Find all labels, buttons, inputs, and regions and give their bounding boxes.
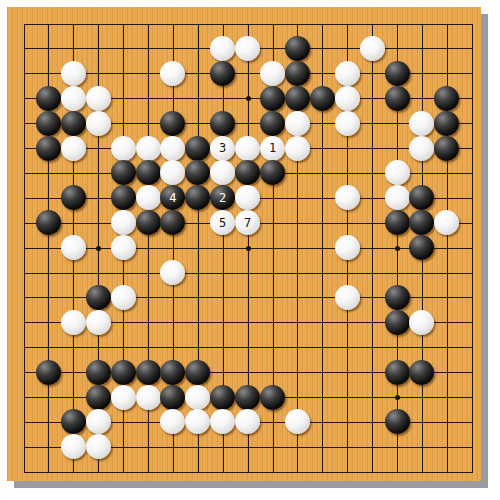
stone-white — [235, 185, 260, 210]
stone-white — [335, 235, 360, 260]
stone-black — [385, 310, 410, 335]
stone-white — [111, 136, 136, 161]
grid-line-v — [372, 24, 373, 473]
stone-black — [185, 360, 210, 385]
stone-white — [285, 136, 310, 161]
stone-white — [385, 185, 410, 210]
move-number-label: 4 — [169, 192, 176, 204]
stone-black — [285, 86, 310, 111]
stone-white — [136, 385, 161, 410]
stone-white — [260, 61, 285, 86]
stone-white — [61, 136, 86, 161]
stone-black — [36, 136, 61, 161]
stone-white — [160, 260, 185, 285]
stone-black — [160, 385, 185, 410]
stone-black-move-4: 4 — [160, 185, 185, 210]
stone-white — [160, 136, 185, 161]
stone-black — [111, 360, 136, 385]
stone-black — [185, 136, 210, 161]
stone-black — [235, 160, 260, 185]
stone-white — [409, 136, 434, 161]
stone-white — [210, 36, 235, 61]
stone-black — [385, 61, 410, 86]
stone-white-move-5: 5 — [210, 210, 235, 235]
stone-white — [61, 434, 86, 459]
stone-white — [409, 111, 434, 136]
stone-white — [111, 235, 136, 260]
move-number-label: 2 — [219, 192, 226, 204]
stone-black — [260, 111, 285, 136]
stone-black — [36, 210, 61, 235]
stone-black — [409, 185, 434, 210]
stone-white — [210, 409, 235, 434]
stone-white — [111, 210, 136, 235]
stone-black — [385, 86, 410, 111]
stone-black — [434, 86, 459, 111]
stone-black — [185, 185, 210, 210]
stone-white — [335, 86, 360, 111]
stone-black — [86, 360, 111, 385]
stone-black — [310, 86, 335, 111]
stone-black — [136, 160, 161, 185]
stone-black — [385, 360, 410, 385]
stone-black — [260, 160, 285, 185]
stone-black — [235, 385, 260, 410]
stone-white — [335, 61, 360, 86]
stone-white — [335, 111, 360, 136]
stone-white-move-1: 1 — [260, 136, 285, 161]
stone-white — [235, 136, 260, 161]
stone-black — [36, 86, 61, 111]
stone-white — [185, 385, 210, 410]
stone-white — [86, 409, 111, 434]
stone-white — [136, 136, 161, 161]
stone-white — [111, 385, 136, 410]
stone-black — [409, 360, 434, 385]
stone-black — [285, 61, 310, 86]
stone-white-move-7: 7 — [235, 210, 260, 235]
stone-black — [260, 86, 285, 111]
stone-black — [136, 360, 161, 385]
stone-white — [61, 235, 86, 260]
stone-white — [86, 310, 111, 335]
stone-white — [235, 409, 260, 434]
stone-black — [111, 160, 136, 185]
stone-white — [61, 310, 86, 335]
stone-white — [335, 185, 360, 210]
star-point — [395, 395, 400, 400]
stone-black — [260, 385, 285, 410]
stone-black — [61, 185, 86, 210]
stone-black — [36, 360, 61, 385]
stone-black — [285, 36, 310, 61]
stone-white — [285, 409, 310, 434]
stone-black — [160, 210, 185, 235]
stone-black — [36, 111, 61, 136]
stone-white — [285, 111, 310, 136]
stone-white — [160, 61, 185, 86]
stone-black — [86, 385, 111, 410]
stone-white — [136, 185, 161, 210]
stone-white — [160, 160, 185, 185]
stone-black — [434, 111, 459, 136]
stone-black — [61, 111, 86, 136]
stone-black — [111, 185, 136, 210]
stone-black — [210, 385, 235, 410]
stone-white — [335, 285, 360, 310]
stone-black — [61, 409, 86, 434]
star-point — [246, 246, 251, 251]
stone-white — [360, 36, 385, 61]
move-number-label: 5 — [219, 217, 226, 229]
stone-black — [160, 111, 185, 136]
stone-black — [385, 285, 410, 310]
stone-white — [235, 36, 260, 61]
star-point — [246, 96, 251, 101]
stone-white — [185, 409, 210, 434]
move-number-label: 3 — [219, 142, 226, 154]
stone-black — [185, 160, 210, 185]
stone-white — [61, 86, 86, 111]
stone-black — [210, 61, 235, 86]
go-board[interactable]: 314257 — [7, 7, 481, 481]
stone-white — [434, 210, 459, 235]
stone-white — [385, 160, 410, 185]
stone-white — [61, 61, 86, 86]
stone-black — [385, 409, 410, 434]
stone-white — [86, 434, 111, 459]
stone-white — [111, 285, 136, 310]
stone-white-move-3: 3 — [210, 136, 235, 161]
stone-white — [160, 409, 185, 434]
stone-black — [86, 285, 111, 310]
stone-black — [409, 210, 434, 235]
stone-black — [210, 111, 235, 136]
stone-black-move-2: 2 — [210, 185, 235, 210]
grid-line-h — [24, 347, 473, 348]
stone-white — [409, 310, 434, 335]
stone-black — [385, 210, 410, 235]
grid-line-v — [472, 24, 473, 473]
stone-black — [136, 210, 161, 235]
star-point — [395, 246, 400, 251]
stone-black — [160, 360, 185, 385]
grid-line-h — [24, 273, 473, 274]
move-number-label: 7 — [244, 217, 251, 229]
stone-black — [434, 136, 459, 161]
stone-white — [86, 111, 111, 136]
stone-white — [86, 86, 111, 111]
stone-black — [409, 235, 434, 260]
star-point — [96, 246, 101, 251]
grid-line-h — [24, 472, 473, 473]
move-number-label: 1 — [269, 142, 276, 154]
stone-white — [210, 160, 235, 185]
